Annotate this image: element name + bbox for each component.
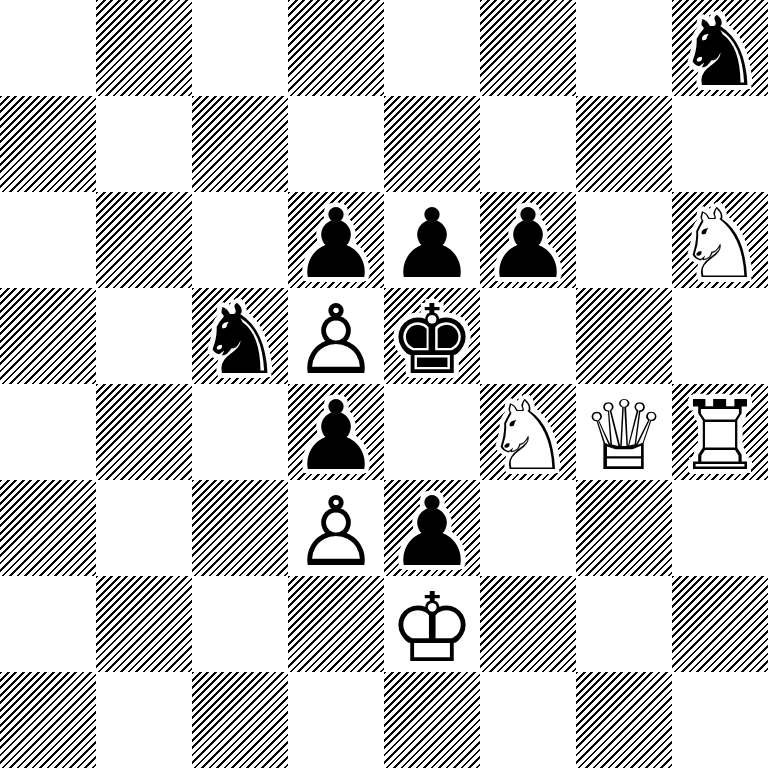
square-e8[interactable]	[384, 0, 480, 96]
square-d2[interactable]	[288, 576, 384, 672]
piece-white-rook: ♖	[677, 388, 763, 480]
square-g7[interactable]	[576, 96, 672, 192]
piece-black-king: ♚	[389, 292, 475, 384]
square-h3[interactable]	[672, 480, 768, 576]
square-d3[interactable]: ♟♙	[288, 480, 384, 576]
piece-black-knight: ♞	[677, 4, 763, 96]
square-a4[interactable]	[0, 384, 96, 480]
square-a3[interactable]	[0, 480, 96, 576]
square-g6[interactable]	[576, 192, 672, 288]
square-f6[interactable]: ♟♟	[480, 192, 576, 288]
square-e1[interactable]	[384, 672, 480, 768]
piece-black-pawn: ♟	[293, 388, 379, 480]
square-g2[interactable]	[576, 576, 672, 672]
square-a7[interactable]	[0, 96, 96, 192]
piece-white-pawn: ♙	[293, 484, 379, 576]
square-a5[interactable]	[0, 288, 96, 384]
square-g8[interactable]	[576, 0, 672, 96]
square-b4[interactable]	[96, 384, 192, 480]
square-a8[interactable]	[0, 0, 96, 96]
chess-board: ♞♞♟♟♟♟♟♟♞♘♞♞♟♙♚♚♟♟♞♘♛♕♜♖♟♙♟♟♚♔	[0, 0, 768, 768]
square-b8[interactable]	[96, 0, 192, 96]
square-c4[interactable]	[192, 384, 288, 480]
square-f4[interactable]: ♞♘	[480, 384, 576, 480]
square-c5[interactable]: ♞♞	[192, 288, 288, 384]
square-d1[interactable]	[288, 672, 384, 768]
piece-white-knight: ♘	[485, 388, 571, 480]
square-h8[interactable]: ♞♞	[672, 0, 768, 96]
square-g4[interactable]: ♛♕	[576, 384, 672, 480]
square-b3[interactable]	[96, 480, 192, 576]
square-e4[interactable]	[384, 384, 480, 480]
square-b5[interactable]	[96, 288, 192, 384]
square-b7[interactable]	[96, 96, 192, 192]
square-f8[interactable]	[480, 0, 576, 96]
piece-black-pawn: ♟	[389, 484, 475, 576]
square-h1[interactable]	[672, 672, 768, 768]
square-d4[interactable]: ♟♟	[288, 384, 384, 480]
piece-white-king: ♔	[389, 580, 475, 672]
square-f7[interactable]	[480, 96, 576, 192]
square-e3[interactable]: ♟♟	[384, 480, 480, 576]
square-h7[interactable]	[672, 96, 768, 192]
square-d5[interactable]: ♟♙	[288, 288, 384, 384]
square-g5[interactable]	[576, 288, 672, 384]
square-b2[interactable]	[96, 576, 192, 672]
piece-white-queen: ♕	[581, 388, 667, 480]
square-e5[interactable]: ♚♚	[384, 288, 480, 384]
square-e2[interactable]: ♚♔	[384, 576, 480, 672]
square-f1[interactable]	[480, 672, 576, 768]
square-f2[interactable]	[480, 576, 576, 672]
square-c3[interactable]	[192, 480, 288, 576]
square-a2[interactable]	[0, 576, 96, 672]
piece-black-knight: ♞	[197, 292, 283, 384]
piece-white-knight: ♘	[677, 196, 763, 288]
square-c6[interactable]	[192, 192, 288, 288]
square-c2[interactable]	[192, 576, 288, 672]
square-h6[interactable]: ♞♘	[672, 192, 768, 288]
square-d7[interactable]	[288, 96, 384, 192]
square-e7[interactable]	[384, 96, 480, 192]
square-d8[interactable]	[288, 0, 384, 96]
square-h4[interactable]: ♜♖	[672, 384, 768, 480]
square-h5[interactable]	[672, 288, 768, 384]
square-c8[interactable]	[192, 0, 288, 96]
square-a1[interactable]	[0, 672, 96, 768]
square-f5[interactable]	[480, 288, 576, 384]
square-b1[interactable]	[96, 672, 192, 768]
square-h2[interactable]	[672, 576, 768, 672]
square-g1[interactable]	[576, 672, 672, 768]
square-b6[interactable]	[96, 192, 192, 288]
piece-black-pawn: ♟	[485, 196, 571, 288]
square-d6[interactable]: ♟♟	[288, 192, 384, 288]
square-f3[interactable]	[480, 480, 576, 576]
square-c1[interactable]	[192, 672, 288, 768]
piece-black-pawn: ♟	[293, 196, 379, 288]
square-g3[interactable]	[576, 480, 672, 576]
piece-black-pawn: ♟	[389, 196, 475, 288]
square-c7[interactable]	[192, 96, 288, 192]
piece-white-pawn: ♙	[293, 292, 379, 384]
square-e6[interactable]: ♟♟	[384, 192, 480, 288]
square-a6[interactable]	[0, 192, 96, 288]
